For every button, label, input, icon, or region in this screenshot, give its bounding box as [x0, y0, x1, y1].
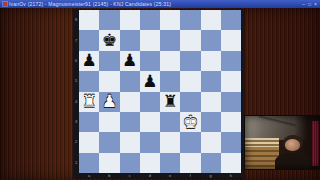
square-g8[interactable] [201, 10, 221, 30]
square-e6[interactable] [160, 51, 180, 71]
webcam-feed [244, 115, 320, 170]
square-h2[interactable] [221, 132, 241, 152]
window-controls: – □ × [302, 0, 317, 8]
square-a4[interactable]: ♜ [79, 92, 99, 112]
file-label-f: f [180, 173, 200, 178]
square-d5[interactable]: ♟ [140, 71, 160, 91]
file-label-a: a [79, 173, 99, 178]
square-f5[interactable] [180, 71, 200, 91]
square-d7[interactable] [140, 30, 160, 50]
square-h6[interactable] [221, 51, 241, 71]
square-h4[interactable] [221, 92, 241, 112]
piece-black-pawn[interactable]: ♟ [79, 51, 99, 71]
square-e7[interactable] [160, 30, 180, 50]
square-d8[interactable] [140, 10, 160, 30]
square-e1[interactable] [160, 153, 180, 173]
square-c4[interactable] [120, 92, 140, 112]
square-f4[interactable] [180, 92, 200, 112]
square-f3[interactable]: ♚ [180, 112, 200, 132]
square-d4[interactable] [140, 92, 160, 112]
square-a6[interactable]: ♟ [79, 51, 99, 71]
piece-black-king[interactable]: ♚ [99, 30, 119, 50]
piece-white-rook[interactable]: ♜ [79, 92, 99, 112]
square-b6[interactable] [99, 51, 119, 71]
square-a7[interactable] [79, 30, 99, 50]
square-c8[interactable] [120, 10, 140, 30]
square-a3[interactable] [79, 112, 99, 132]
piece-white-king[interactable]: ♚ [180, 112, 200, 132]
square-g1[interactable] [201, 153, 221, 173]
square-b2[interactable] [99, 132, 119, 152]
square-e8[interactable] [160, 10, 180, 30]
square-e5[interactable] [160, 71, 180, 91]
square-g5[interactable] [201, 71, 221, 91]
square-g3[interactable] [201, 112, 221, 132]
square-g7[interactable] [201, 30, 221, 50]
file-label-c: c [120, 173, 140, 178]
square-h7[interactable] [221, 30, 241, 50]
piece-black-pawn[interactable]: ♟ [120, 51, 140, 71]
square-g6[interactable] [201, 51, 221, 71]
square-a2[interactable] [79, 132, 99, 152]
square-b1[interactable] [99, 153, 119, 173]
square-f2[interactable] [180, 132, 200, 152]
square-a8[interactable] [79, 10, 99, 30]
square-b8[interactable] [99, 10, 119, 30]
maximize-button[interactable]: □ [308, 0, 311, 8]
board-frame: 87654321 ♚♟♟♟♜♟♜♚ abcdefgh [73, 9, 243, 178]
square-f6[interactable] [180, 51, 200, 71]
square-e4[interactable]: ♜ [160, 92, 180, 112]
square-e3[interactable] [160, 112, 180, 132]
square-c6[interactable]: ♟ [120, 51, 140, 71]
chess-board: ♚♟♟♟♜♟♜♚ [79, 10, 241, 173]
square-g4[interactable] [201, 92, 221, 112]
square-h5[interactable] [221, 71, 241, 91]
app-window: IvanOv (2172) - Magnusmeister91 (2145) -… [0, 0, 320, 180]
window-titlebar[interactable]: IvanOv (2172) - Magnusmeister91 (2145) -… [0, 0, 320, 8]
square-d6[interactable] [140, 51, 160, 71]
square-d1[interactable] [140, 153, 160, 173]
square-b5[interactable] [99, 71, 119, 91]
square-c3[interactable] [120, 112, 140, 132]
square-e2[interactable] [160, 132, 180, 152]
minimize-button[interactable]: – [302, 0, 305, 8]
square-d3[interactable] [140, 112, 160, 132]
desktop-background: 87654321 ♚♟♟♟♜♟♜♚ abcdefgh [0, 8, 320, 180]
square-a5[interactable] [79, 71, 99, 91]
square-d2[interactable] [140, 132, 160, 152]
file-label-e: e [160, 173, 180, 178]
square-a1[interactable] [79, 153, 99, 173]
file-labels: abcdefgh [79, 173, 241, 178]
square-b3[interactable] [99, 112, 119, 132]
square-h8[interactable] [221, 10, 241, 30]
square-h1[interactable] [221, 153, 241, 173]
square-f1[interactable] [180, 153, 200, 173]
file-label-g: g [201, 173, 221, 178]
square-f7[interactable] [180, 30, 200, 50]
piece-black-pawn[interactable]: ♟ [140, 71, 160, 91]
square-c7[interactable] [120, 30, 140, 50]
square-c1[interactable] [120, 153, 140, 173]
square-c2[interactable] [120, 132, 140, 152]
square-h3[interactable] [221, 112, 241, 132]
square-b4[interactable]: ♟ [99, 92, 119, 112]
window-title: IvanOv (2172) - Magnusmeister91 (2145) -… [9, 0, 300, 8]
file-label-b: b [99, 173, 119, 178]
app-icon [3, 2, 7, 6]
piece-white-pawn[interactable]: ♟ [99, 92, 119, 112]
piece-black-rook[interactable]: ♜ [160, 92, 180, 112]
file-label-h: h [221, 173, 241, 178]
close-button[interactable]: × [314, 0, 317, 8]
square-f8[interactable] [180, 10, 200, 30]
webcam-vignette [245, 116, 319, 169]
square-c5[interactable] [120, 71, 140, 91]
square-g2[interactable] [201, 132, 221, 152]
file-label-d: d [140, 173, 160, 178]
square-b7[interactable]: ♚ [99, 30, 119, 50]
